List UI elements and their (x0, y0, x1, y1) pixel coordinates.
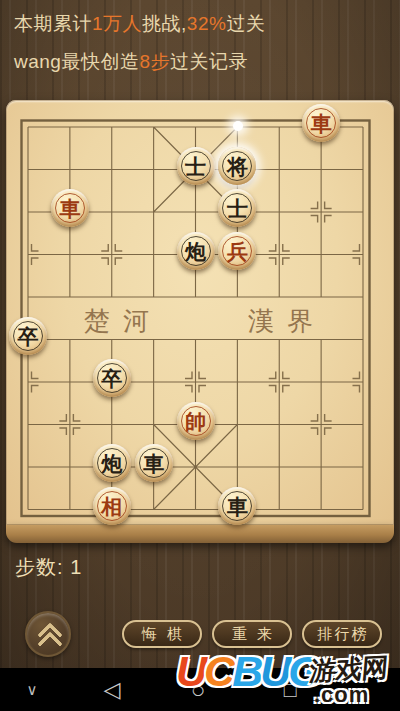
piece-black-卒[interactable]: 卒 (93, 359, 131, 397)
header-text-segment: 过关记录 (170, 51, 248, 72)
header-text-segment: wang最快创造 (14, 51, 139, 72)
river-label-left: 楚河 (84, 304, 162, 339)
restart-button[interactable]: 重来 (212, 620, 292, 648)
piece-black-炮[interactable]: 炮 (177, 232, 215, 270)
board-edge (6, 525, 394, 543)
piece-character: 士 (177, 147, 215, 185)
collapse-panel-button[interactable] (25, 611, 71, 657)
river-label-right: 漢界 (248, 304, 326, 339)
piece-red-車[interactable]: 車 (302, 104, 340, 142)
piece-character: 炮 (177, 232, 215, 270)
move-counter-label: 步数: (15, 556, 64, 578)
piece-character: 卒 (93, 359, 131, 397)
header-text-segment: 32% (187, 13, 227, 34)
header-text-segment: 过关 (226, 13, 265, 34)
piece-character: 将 (218, 147, 256, 185)
leaderboard-button[interactable]: 排行榜 (302, 620, 382, 648)
piece-black-将[interactable]: 将 (218, 147, 256, 185)
header-text-segment: 1万人 (92, 13, 142, 34)
piece-character: 車 (218, 487, 256, 525)
piece-character: 兵 (218, 232, 256, 270)
piece-red-帥[interactable]: 帥 (177, 402, 215, 440)
piece-red-兵[interactable]: 兵 (218, 232, 256, 270)
piece-red-相[interactable]: 相 (93, 487, 131, 525)
hide-keyboard-icon[interactable]: ∨ (20, 668, 44, 711)
piece-black-車[interactable]: 車 (135, 444, 173, 482)
piece-black-炮[interactable]: 炮 (93, 444, 131, 482)
piece-character: 炮 (93, 444, 131, 482)
home-icon[interactable]: ○ (184, 668, 212, 711)
header-text-segment: 挑战, (142, 13, 187, 34)
piece-red-車[interactable]: 車 (51, 189, 89, 227)
piece-character: 卒 (9, 317, 47, 355)
recents-icon[interactable]: □ (276, 668, 304, 711)
move-counter: 步数: 1 (15, 554, 82, 581)
piece-black-士[interactable]: 士 (177, 147, 215, 185)
piece-black-車[interactable]: 車 (218, 487, 256, 525)
piece-black-士[interactable]: 士 (218, 189, 256, 227)
piece-character: 車 (51, 189, 89, 227)
header-text-segment: 本期累计 (14, 13, 92, 34)
header-text-segment: 8步 (139, 51, 170, 72)
record-text: wang最快创造8步过关记录 (14, 49, 248, 75)
challenge-stats-text: 本期累计1万人挑战,32%过关 (14, 11, 265, 37)
piece-character: 士 (218, 189, 256, 227)
android-navbar: ∨◁○□ (0, 668, 400, 711)
piece-character: 相 (93, 487, 131, 525)
back-icon[interactable]: ◁ (98, 668, 126, 711)
move-counter-value: 1 (70, 556, 82, 578)
piece-black-卒[interactable]: 卒 (9, 317, 47, 355)
piece-character: 車 (135, 444, 173, 482)
undo-move-button[interactable]: 悔棋 (122, 620, 202, 648)
piece-character: 車 (302, 104, 340, 142)
piece-character: 帥 (177, 402, 215, 440)
